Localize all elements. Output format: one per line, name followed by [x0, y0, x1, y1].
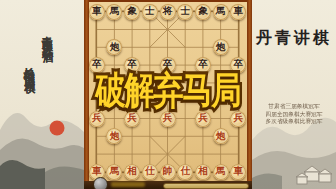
piece-bN[interactable]: 馬: [213, 4, 229, 20]
video-thumbnail: 青山不厌三杯酒 长日惟消一局棋 丹青讲棋 甘肃省三届象棋冠军 四届全国象棋大赛冠…: [0, 0, 336, 189]
piece-bR[interactable]: 車: [230, 4, 246, 20]
app-bottom-bar: [84, 181, 252, 189]
piece-bK[interactable]: 将: [160, 4, 176, 20]
piece-rC[interactable]: 炮: [106, 128, 122, 144]
piece-rK[interactable]: 帥: [160, 164, 176, 180]
xiangqi-board: 車馬象士将士象馬車炮炮卒卒卒卒卒兵兵兵兵兵炮炮車馬相仕帥仕相馬車 破解弃马局: [84, 0, 252, 189]
piece-bR[interactable]: 車: [89, 4, 105, 20]
red-sun-icon: [50, 121, 65, 136]
calligraphy-line-1: 青山不厌三杯酒: [39, 27, 55, 45]
piece-rA[interactable]: 仕: [142, 164, 158, 180]
piece-bB[interactable]: 象: [124, 4, 140, 20]
player-avatar[interactable]: [93, 177, 108, 189]
piece-bA[interactable]: 士: [177, 4, 193, 20]
video-title-overlay: 破解弃马局: [84, 66, 252, 117]
piece-bB[interactable]: 象: [195, 4, 211, 20]
credential-line: 多次省级象棋比赛冠军: [254, 118, 334, 125]
player-name-text: [111, 182, 145, 187]
piece-rB[interactable]: 相: [195, 164, 211, 180]
piece-bC[interactable]: 炮: [213, 39, 229, 55]
piece-bA[interactable]: 士: [142, 4, 158, 20]
credential-line: 四届全国象棋大赛冠军: [254, 111, 334, 118]
channel-name: 丹青讲棋: [252, 28, 336, 49]
piece-rN[interactable]: 馬: [106, 164, 122, 180]
piece-rN[interactable]: 馬: [213, 164, 229, 180]
chat-input[interactable]: [163, 183, 249, 189]
right-art-panel: 丹青讲棋 甘肃省三届象棋冠军 四届全国象棋大赛冠军 多次省级象棋比赛冠军: [252, 0, 336, 189]
channel-credentials: 甘肃省三届象棋冠军 四届全国象棋大赛冠军 多次省级象棋比赛冠军: [254, 104, 334, 125]
piece-rA[interactable]: 仕: [177, 164, 193, 180]
piece-rB[interactable]: 相: [124, 164, 140, 180]
piece-bN[interactable]: 馬: [106, 4, 122, 20]
piece-bC[interactable]: 炮: [106, 39, 122, 55]
piece-rR[interactable]: 車: [230, 164, 246, 180]
left-art-panel: 青山不厌三杯酒 长日惟消一局棋: [0, 0, 84, 189]
piece-rC[interactable]: 炮: [213, 128, 229, 144]
credential-line: 甘肃省三届象棋冠军: [254, 104, 334, 111]
calligraphy-line-2: 长日惟消一局棋: [21, 58, 37, 76]
